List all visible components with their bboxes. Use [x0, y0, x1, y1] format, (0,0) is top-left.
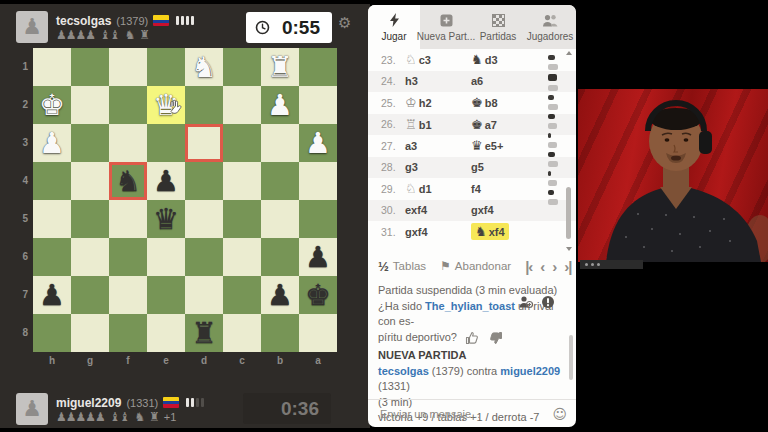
white-move[interactable]: ♘c3	[405, 52, 471, 67]
rank-label-4: 4	[12, 162, 28, 200]
half-point-icon: ½	[378, 259, 389, 274]
opponent-username-link[interactable]: The_hylian_toast	[425, 300, 515, 312]
white-piece-icon: ♔	[405, 95, 417, 110]
square-h1[interactable]	[33, 48, 71, 86]
square-f6[interactable]	[109, 238, 147, 276]
sportsmanship-question-line2: píritu deportivo?	[378, 330, 566, 346]
captured-group: ♝♝	[100, 28, 120, 42]
black-move[interactable]: ♚b8	[471, 95, 537, 110]
black-piece-f4: ♞	[109, 162, 147, 200]
signal-bar	[191, 398, 194, 407]
move-row-27: 27.a3♛e5+	[368, 135, 576, 157]
move-text: a3	[405, 140, 417, 152]
webcam-caption-strip	[580, 260, 643, 269]
file-label-a: a	[299, 354, 337, 367]
file-label-f: f	[109, 354, 147, 367]
move-text: h2	[419, 97, 432, 109]
black-piece-e4: ♟	[147, 162, 185, 200]
move-row-26: 26.♖b1♚a7	[368, 114, 576, 136]
square-d7[interactable]	[185, 276, 223, 314]
white-move[interactable]: ♘d1	[405, 181, 471, 196]
chat-input-bar: ☺	[368, 399, 576, 427]
black-piece-icon: ♚	[471, 95, 483, 110]
square-f7[interactable]	[109, 276, 147, 314]
white-piece-h3: ♟	[33, 124, 71, 162]
move-row-31: 31.gxf4♞xf4	[368, 221, 576, 243]
rank-label-5: 5	[12, 200, 28, 238]
tab-nueva-part[interactable]: Nueva Part...	[420, 5, 472, 49]
square-b5[interactable]	[261, 200, 299, 238]
scroll-decor-block	[548, 104, 558, 110]
white-move[interactable]: ♔h2	[405, 95, 471, 110]
black-move[interactable]: ♚a7	[471, 117, 537, 132]
move-list-scrollbar[interactable]	[565, 51, 572, 251]
captured-group: ♟♟♟♟♟	[56, 410, 105, 424]
scroll-decor-block	[548, 190, 554, 195]
move-row-29: 29.♘d1f4	[368, 178, 576, 200]
block-report-icon[interactable]	[541, 295, 555, 309]
square-e5[interactable]: ♛	[147, 200, 185, 238]
move-text: b1	[419, 119, 432, 131]
square-g6[interactable]	[71, 238, 109, 276]
scroll-decor-block	[548, 161, 558, 167]
scroll-decor-block	[548, 171, 551, 176]
move-text: gxf4	[405, 226, 428, 238]
square-h3[interactable]: ♟	[33, 124, 71, 162]
square-g4[interactable]	[71, 162, 109, 200]
white-piece-icon: ♘	[405, 52, 417, 67]
captured-group: ♝♝	[110, 410, 130, 424]
signal-bar	[201, 398, 204, 407]
square-g7[interactable]	[71, 276, 109, 314]
black-move[interactable]: f4	[471, 183, 537, 195]
move-number: 24.	[368, 75, 405, 87]
scroll-decor-block	[548, 64, 558, 70]
nav-first-button[interactable]: |‹	[525, 258, 532, 275]
draw-label: Tablas	[393, 260, 426, 272]
move-text: c3	[419, 54, 431, 66]
captured-pieces-top: ♟♟♟♟♝♝♞♜	[56, 28, 276, 42]
square-h8[interactable]	[33, 314, 71, 352]
move-row-28: 28.g3g5	[368, 157, 576, 179]
square-c4[interactable]	[223, 162, 261, 200]
scroll-decor-block	[548, 180, 557, 186]
square-f2[interactable]	[109, 86, 147, 124]
move-row-24: 24.h3a6	[368, 71, 576, 93]
rank-label-3: 3	[12, 124, 28, 162]
square-c3[interactable]	[223, 124, 261, 162]
tab-bar: JugarNueva Part...PartidasJugadores	[368, 5, 576, 49]
square-g1[interactable]	[71, 48, 109, 86]
draw-offer-button[interactable]: ½ Tablas	[378, 259, 426, 274]
move-text: h3	[405, 75, 418, 87]
streamer-webcam	[578, 89, 768, 262]
captured-group: ♜	[139, 28, 149, 42]
move-row-23: 23.♘c3♞d3	[368, 49, 576, 71]
tab-label: Partidas	[480, 31, 517, 42]
black-piece-d8: ♜	[185, 314, 223, 352]
white-move[interactable]: gxf4	[405, 226, 471, 238]
scroll-decor-block	[548, 55, 555, 60]
square-c8[interactable]	[223, 314, 261, 352]
white-piece-b1: ♜	[261, 48, 299, 86]
move-text: d3	[485, 54, 498, 66]
white-piece-icon: ♘	[405, 181, 417, 196]
black-piece-icon: ♞	[471, 52, 483, 67]
file-label-h: h	[33, 354, 71, 367]
thumbs-up-icon[interactable]	[465, 331, 479, 345]
move-text: f4	[471, 183, 481, 195]
square-d6[interactable]	[185, 238, 223, 276]
file-label-e: e	[147, 354, 185, 367]
players-icon	[542, 13, 558, 28]
white-piece-a3: ♟	[299, 124, 337, 162]
square-a6[interactable]: ♟	[299, 238, 337, 276]
move-number: 29.	[368, 183, 405, 195]
black-piece-h7: ♟	[33, 276, 71, 314]
square-f5[interactable]	[109, 200, 147, 238]
square-b6[interactable]	[261, 238, 299, 276]
square-g3[interactable]	[71, 124, 109, 162]
lightning-icon	[389, 13, 400, 28]
top-player-rating: (1379)	[116, 15, 148, 27]
square-e1[interactable]	[147, 48, 185, 86]
square-d5[interactable]	[185, 200, 223, 238]
white-piece-icon: ♖	[405, 117, 417, 132]
rank-label-1: 1	[12, 48, 28, 86]
signal-bar	[196, 398, 199, 407]
white-move[interactable]: exf4	[405, 204, 471, 216]
square-e6[interactable]	[147, 238, 185, 276]
top-player-clock: 0:55	[246, 12, 332, 43]
stream-canvas: ♟ tecsolgas (1379) ♟♟♟♟♝♝♞♜ 0:55 ⚙ ♞♜♚♛♟…	[0, 0, 768, 432]
resign-button[interactable]: ⚑ Abandonar	[440, 259, 511, 273]
signal-bar	[186, 16, 189, 25]
move-text: b8	[485, 97, 498, 109]
top-player-name[interactable]: tecsolgas	[56, 14, 111, 28]
top-player-info: tecsolgas (1379) ♟♟♟♟♝♝♞♜	[56, 13, 276, 42]
venezuela-flag	[163, 397, 179, 408]
square-d1[interactable]: ♞	[185, 48, 223, 86]
connection-bars	[186, 398, 204, 407]
nav-last-button[interactable]: ›|	[564, 258, 571, 275]
board-icon	[492, 13, 505, 28]
move-navigation: |‹ ‹ › ›|	[525, 258, 571, 275]
scroll-decor-block	[548, 199, 558, 205]
move-row-30: 30.exf4gxf4	[368, 200, 576, 222]
square-c7[interactable]	[223, 276, 261, 314]
white-move[interactable]: ♖b1	[405, 117, 471, 132]
white-piece-d1: ♞	[185, 48, 223, 86]
rank-label-2: 2	[12, 86, 28, 124]
move-number: 31.	[368, 226, 405, 238]
square-g2[interactable]	[71, 86, 109, 124]
signal-bar	[186, 398, 189, 407]
scroll-decor-block	[548, 74, 557, 81]
scroll-decor-block	[548, 85, 558, 91]
square-f1[interactable]	[109, 48, 147, 86]
black-move[interactable]: ♞xf4	[471, 223, 537, 240]
file-label-b: b	[261, 354, 299, 367]
bottom-player-name[interactable]: miguel2209	[56, 396, 121, 410]
square-g5[interactable]	[71, 200, 109, 238]
signal-bar	[191, 16, 194, 25]
connection-bars	[176, 16, 194, 25]
add-friend-icon[interactable]	[518, 295, 533, 309]
square-h6[interactable]	[33, 238, 71, 276]
square-a7[interactable]: ♚	[299, 276, 337, 314]
move-text: xf4	[489, 226, 505, 238]
rank-label-8: 8	[12, 314, 28, 352]
tab-jugadores[interactable]: Jugadores	[524, 5, 576, 49]
square-c6[interactable]	[223, 238, 261, 276]
bottom-player-rating: (1331)	[126, 397, 158, 409]
game-actions: ½ Tablas ⚑ Abandonar |‹ ‹ › ›|	[368, 252, 576, 280]
scrollbar-thumb[interactable]	[566, 187, 571, 239]
scroll-down-icon[interactable]	[566, 247, 572, 251]
file-label-d: d	[185, 354, 223, 367]
chat-message-input[interactable]	[378, 407, 552, 421]
nav-prev-button[interactable]: ‹	[540, 258, 544, 275]
captured-group: ♟♟♟♟	[56, 28, 95, 42]
move-text: a7	[485, 119, 497, 131]
gear-icon[interactable]: ⚙	[338, 14, 351, 32]
top-clock-time: 0:55	[270, 17, 332, 39]
square-c2[interactable]	[223, 86, 261, 124]
square-a8[interactable]	[299, 314, 337, 352]
square-d8[interactable]: ♜	[185, 314, 223, 352]
signal-bar	[176, 16, 179, 25]
white-move[interactable]: g3	[405, 161, 471, 173]
white-move[interactable]: a3	[405, 140, 471, 152]
square-b7[interactable]: ♟	[261, 276, 299, 314]
move-number: 27.	[368, 140, 405, 152]
square-a5[interactable]	[299, 200, 337, 238]
black-move[interactable]: gxf4	[471, 204, 537, 216]
square-h5[interactable]	[33, 200, 71, 238]
tab-label: Jugar	[381, 31, 406, 42]
opponent-action-icons	[518, 295, 555, 309]
bottom-player-clock: 0:36	[243, 393, 331, 424]
square-d4[interactable]	[185, 162, 223, 200]
scroll-decor-block	[548, 95, 554, 100]
rank-label-6: 6	[12, 238, 28, 276]
square-d3[interactable]	[185, 124, 223, 162]
square-f4[interactable]: ♞	[109, 162, 147, 200]
chess-board: ♞♜♚♛♟♟♟♞♟♛♟♟♟♚♜	[33, 48, 337, 352]
square-b4[interactable]	[261, 162, 299, 200]
square-b2[interactable]: ♟	[261, 86, 299, 124]
square-h4[interactable]	[33, 162, 71, 200]
black-move[interactable]: a6	[471, 75, 537, 87]
white-username-link[interactable]: tecsolgas	[378, 365, 429, 377]
streamer-figure	[578, 89, 768, 262]
captured-group: ♞	[125, 28, 135, 42]
square-h7[interactable]: ♟	[33, 276, 71, 314]
current-move-highlight: ♞xf4	[471, 223, 509, 240]
game-area: ♟ tecsolgas (1379) ♟♟♟♟♝♝♞♜ 0:55 ⚙ ♞♜♚♛♟…	[0, 4, 370, 428]
move-text: gxf4	[471, 204, 494, 216]
scroll-decor-block	[548, 114, 555, 119]
move-number: 25.	[368, 97, 405, 109]
square-e4[interactable]: ♟	[147, 162, 185, 200]
chat-scrollbar[interactable]	[569, 335, 573, 380]
move-text: g5	[471, 161, 484, 173]
tab-label: Nueva Part...	[417, 31, 475, 42]
square-e7[interactable]	[147, 276, 185, 314]
square-e8[interactable]	[147, 314, 185, 352]
black-piece-icon: ♞	[475, 224, 487, 239]
tab-label: Jugadores	[527, 31, 574, 42]
bottom-clock-time: 0:36	[243, 398, 331, 420]
nav-next-button[interactable]: ›	[552, 258, 556, 275]
resign-label: Abandonar	[455, 260, 511, 272]
move-text: g3	[405, 161, 418, 173]
black-username-link[interactable]: miguel2209	[500, 365, 560, 377]
file-label-c: c	[223, 354, 261, 367]
black-piece-b7: ♟	[261, 276, 299, 314]
rank-label-7: 7	[12, 276, 28, 314]
white-piece-h2: ♚	[33, 86, 71, 124]
move-row-25: 25.♔h2♚b8	[368, 92, 576, 114]
black-piece-a6: ♟	[299, 238, 337, 276]
scroll-decor-block	[548, 142, 557, 148]
tab-jugar[interactable]: Jugar	[368, 5, 420, 49]
move-number: 26.	[368, 118, 405, 130]
scroll-up-icon[interactable]	[566, 51, 572, 55]
square-f3[interactable]	[109, 124, 147, 162]
black-move[interactable]: g5	[471, 161, 537, 173]
tab-partidas[interactable]: Partidas	[472, 5, 524, 49]
drag-hand-cursor	[166, 98, 183, 119]
move-list-scroll-decor	[548, 55, 562, 209]
captured-group: ♜	[149, 410, 159, 424]
clock-icon	[255, 20, 270, 35]
square-b8[interactable]	[261, 314, 299, 352]
square-g8[interactable]	[71, 314, 109, 352]
square-a3[interactable]: ♟	[299, 124, 337, 162]
scroll-decor-block	[548, 152, 555, 157]
move-number: 30.	[368, 204, 405, 216]
resign-flag-icon: ⚑	[440, 259, 451, 273]
signal-bar	[181, 16, 184, 25]
black-piece-icon: ♚	[471, 117, 483, 132]
square-b3[interactable]	[261, 124, 299, 162]
material-advantage: +1	[164, 411, 177, 423]
side-panel: JugarNueva Part...PartidasJugadores 23.♘…	[368, 5, 576, 427]
square-c5[interactable]	[223, 200, 261, 238]
black-move[interactable]: ♞d3	[471, 52, 537, 67]
move-list: 23.♘c3♞d324.h3a625.♔h2♚b826.♖b1♚a727.a3♛…	[368, 49, 576, 243]
avatar[interactable]: ♟	[16, 393, 48, 425]
square-a2[interactable]	[299, 86, 337, 124]
move-number: 23.	[368, 54, 405, 66]
move-text: d1	[419, 183, 432, 195]
square-f8[interactable]	[109, 314, 147, 352]
black-piece-icon: ♛	[471, 138, 483, 153]
square-h2[interactable]: ♚	[33, 86, 71, 124]
emoji-smiley-icon[interactable]: ☺	[552, 406, 567, 422]
white-piece-b2: ♟	[261, 86, 299, 124]
square-b1[interactable]: ♜	[261, 48, 299, 86]
scroll-decor-block	[548, 123, 557, 129]
white-move[interactable]: h3	[405, 75, 471, 87]
file-label-g: g	[71, 354, 109, 367]
captured-group: ♞	[134, 410, 144, 424]
square-a4[interactable]	[299, 162, 337, 200]
new-game-header: NUEVA PARTIDA	[378, 348, 566, 364]
square-a1[interactable]	[299, 48, 337, 86]
avatar[interactable]: ♟	[16, 11, 48, 43]
move-text: e5+	[485, 140, 504, 152]
square-e3[interactable]	[147, 124, 185, 162]
colombia-flag	[153, 15, 169, 26]
thumbs-down-icon[interactable]	[489, 331, 503, 345]
plus-icon	[440, 13, 453, 28]
square-d2[interactable]	[185, 86, 223, 124]
move-text: a6	[471, 75, 483, 87]
black-piece-a7: ♚	[299, 276, 337, 314]
black-piece-e5: ♛	[147, 200, 185, 238]
move-text: exf4	[405, 204, 427, 216]
pairing-line: tecsolgas (1379) contra miguel2209 (1331…	[378, 364, 566, 395]
black-move[interactable]: ♛e5+	[471, 138, 537, 153]
square-c1[interactable]	[223, 48, 261, 86]
move-number: 28.	[368, 161, 405, 173]
scroll-decor-block	[548, 133, 551, 138]
